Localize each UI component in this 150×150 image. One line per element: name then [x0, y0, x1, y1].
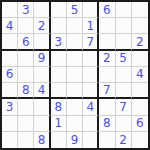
- given-digit: 4: [86, 101, 94, 113]
- cell-r3c9[interactable]: 2: [132, 34, 148, 50]
- cell-r2c5[interactable]: [67, 18, 83, 34]
- cell-r7c6[interactable]: 4: [83, 99, 99, 115]
- cell-r3c5[interactable]: [67, 34, 83, 50]
- given-digit: 8: [103, 117, 111, 129]
- cell-r3c3[interactable]: [34, 34, 50, 50]
- given-digit: 3: [54, 36, 62, 48]
- given-digit: 6: [6, 68, 14, 80]
- cell-r9c4[interactable]: [51, 132, 67, 148]
- cell-r1c3[interactable]: [34, 2, 50, 18]
- given-digit: 3: [22, 4, 30, 16]
- cell-r5c9[interactable]: 4: [132, 67, 148, 83]
- cell-r3c4[interactable]: 3: [51, 34, 67, 50]
- cell-r4c6[interactable]: [83, 51, 99, 67]
- cell-r1c7[interactable]: 6: [99, 2, 115, 18]
- cell-r5c1[interactable]: 6: [2, 67, 18, 83]
- cell-r5c8[interactable]: [116, 67, 132, 83]
- cell-r8c4[interactable]: 1: [51, 116, 67, 132]
- cell-r8c5[interactable]: [67, 116, 83, 132]
- cell-r5c5[interactable]: [67, 67, 83, 83]
- cell-r8c3[interactable]: [34, 116, 50, 132]
- cell-r2c7[interactable]: [99, 18, 115, 34]
- cell-r6c9[interactable]: [132, 83, 148, 99]
- cell-r9c2[interactable]: [18, 132, 34, 148]
- cell-r2c1[interactable]: 4: [2, 18, 18, 34]
- cell-r5c4[interactable]: [51, 67, 67, 83]
- cell-r1c2[interactable]: 3: [18, 2, 34, 18]
- cell-r1c8[interactable]: [116, 2, 132, 18]
- cell-r9c6[interactable]: [83, 132, 99, 148]
- cell-r9c5[interactable]: 9: [67, 132, 83, 148]
- cell-r6c7[interactable]: 7: [99, 83, 115, 99]
- cell-r8c2[interactable]: [18, 116, 34, 132]
- sudoku-board: 3564216372925648473847186892: [0, 0, 150, 150]
- cell-r6c4[interactable]: [51, 83, 67, 99]
- given-digit: 5: [119, 52, 127, 64]
- cell-r5c3[interactable]: [34, 67, 50, 83]
- given-digit: 8: [38, 134, 46, 146]
- cell-r2c6[interactable]: 1: [83, 18, 99, 34]
- cell-r7c2[interactable]: [18, 99, 34, 115]
- given-digit: 7: [86, 36, 94, 48]
- cell-r3c2[interactable]: 6: [18, 34, 34, 50]
- cell-r7c7[interactable]: [99, 99, 115, 115]
- cell-r8c6[interactable]: [83, 116, 99, 132]
- cell-r9c9[interactable]: [132, 132, 148, 148]
- cell-r6c3[interactable]: 4: [34, 83, 50, 99]
- cell-r2c2[interactable]: [18, 18, 34, 34]
- cell-r6c2[interactable]: 8: [18, 83, 34, 99]
- cell-r9c3[interactable]: 8: [34, 132, 50, 148]
- cell-r3c7[interactable]: [99, 34, 115, 50]
- given-digit: 3: [6, 101, 14, 113]
- cell-r1c9[interactable]: [132, 2, 148, 18]
- cell-r6c6[interactable]: [83, 83, 99, 99]
- cell-r3c1[interactable]: [2, 34, 18, 50]
- cell-r1c1[interactable]: [2, 2, 18, 18]
- cell-r6c8[interactable]: [116, 83, 132, 99]
- cell-r7c4[interactable]: 8: [51, 99, 67, 115]
- cell-r7c9[interactable]: [132, 99, 148, 115]
- cell-r8c9[interactable]: 6: [132, 116, 148, 132]
- given-digit: 2: [119, 134, 127, 146]
- cell-r4c3[interactable]: 9: [34, 51, 50, 67]
- cell-r6c1[interactable]: [2, 83, 18, 99]
- given-digit: 9: [71, 134, 79, 146]
- cell-r2c8[interactable]: [116, 18, 132, 34]
- cell-r2c9[interactable]: [132, 18, 148, 34]
- cell-r4c4[interactable]: [51, 51, 67, 67]
- cell-r4c1[interactable]: [2, 51, 18, 67]
- cell-r9c7[interactable]: [99, 132, 115, 148]
- cell-r4c9[interactable]: [132, 51, 148, 67]
- given-digit: 6: [103, 4, 111, 16]
- given-digit: 7: [103, 84, 111, 96]
- cell-r5c6[interactable]: [83, 67, 99, 83]
- given-digit: 4: [6, 20, 14, 32]
- given-digit: 1: [54, 117, 62, 129]
- cell-r1c5[interactable]: 5: [67, 2, 83, 18]
- given-digit: 6: [136, 117, 144, 129]
- cell-r7c3[interactable]: [34, 99, 50, 115]
- cell-r2c3[interactable]: 2: [34, 18, 50, 34]
- cell-r4c8[interactable]: 5: [116, 51, 132, 67]
- cell-r9c8[interactable]: 2: [116, 132, 132, 148]
- given-digit: 7: [119, 101, 127, 113]
- cell-r7c1[interactable]: 3: [2, 99, 18, 115]
- cell-r7c8[interactable]: 7: [116, 99, 132, 115]
- cell-r1c6[interactable]: [83, 2, 99, 18]
- cell-r4c5[interactable]: [67, 51, 83, 67]
- cell-r8c8[interactable]: [116, 116, 132, 132]
- cell-r3c8[interactable]: [116, 34, 132, 50]
- given-digit: 6: [22, 36, 30, 48]
- cell-r1c4[interactable]: [51, 2, 67, 18]
- cell-r2c4[interactable]: [51, 18, 67, 34]
- cell-r8c7[interactable]: 8: [99, 116, 115, 132]
- cell-r5c7[interactable]: [99, 67, 115, 83]
- given-digit: 8: [54, 101, 62, 113]
- cell-r4c7[interactable]: 2: [99, 51, 115, 67]
- given-digit: 2: [103, 52, 111, 64]
- cell-r9c1[interactable]: [2, 132, 18, 148]
- given-digit: 2: [38, 20, 46, 32]
- given-digit: 4: [38, 84, 46, 96]
- cell-r5c2[interactable]: [18, 67, 34, 83]
- cell-r7c5[interactable]: [67, 99, 83, 115]
- cell-r6c5[interactable]: [67, 83, 83, 99]
- given-digit: 8: [22, 84, 30, 96]
- given-digit: 9: [38, 52, 46, 64]
- cell-r3c6[interactable]: 7: [83, 34, 99, 50]
- given-digit: 2: [136, 36, 144, 48]
- cell-r4c2[interactable]: [18, 51, 34, 67]
- cell-r8c1[interactable]: [2, 116, 18, 132]
- given-digit: 4: [136, 68, 144, 80]
- given-digit: 1: [86, 20, 94, 32]
- given-digit: 5: [71, 4, 79, 16]
